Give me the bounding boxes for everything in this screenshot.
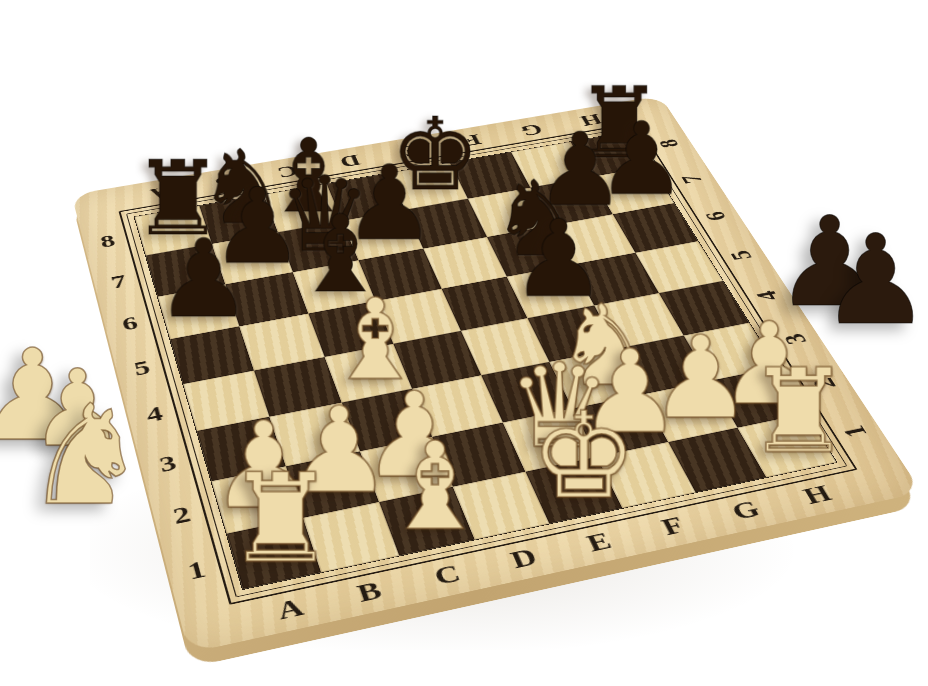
piece-black-pawn-a6[interactable]: ♟: [155, 225, 252, 333]
chess-board: ♜♞♝♚♜♟♛♟♟♟♟♝♞♟♝♞♟♟♟♛♟♟♟♜♝♚♜ ABCDEFGH ABC…: [72, 95, 923, 653]
product-photo-stage: ♜♞♝♚♜♟♛♟♟♟♟♝♞♟♝♞♟♟♟♛♟♟♟♜♝♚♜ ABCDEFGH ABC…: [0, 0, 928, 686]
captured-black-pawn-2[interactable]: ♟: [820, 218, 928, 342]
piece-white-bishop-c1[interactable]: ♝: [381, 426, 490, 547]
square-b5[interactable]: [240, 313, 325, 370]
captured-white-knight-3[interactable]: ♞: [24, 387, 148, 525]
piece-white-rook-h1[interactable]: ♜: [746, 354, 850, 470]
piece-white-rook-a1[interactable]: ♜: [226, 457, 336, 580]
board-scene: ♜♞♝♚♜♟♛♟♟♟♟♝♞♟♝♞♟♟♟♛♟♟♟♜♝♚♜ ABCDEFGH ABC…: [0, 0, 928, 686]
piece-white-king-e1[interactable]: ♚: [530, 397, 637, 516]
